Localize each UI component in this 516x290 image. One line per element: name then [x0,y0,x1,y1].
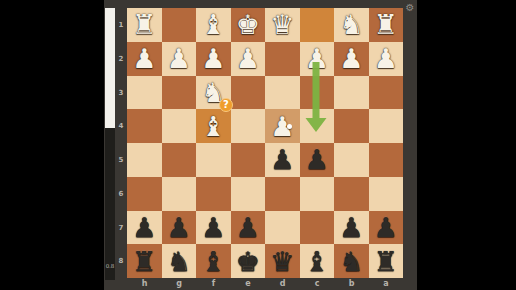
square-g8[interactable]: ♞ [162,244,197,278]
white-bishop[interactable]: ♝ [201,110,225,143]
white-knight[interactable]: ♞ [339,8,363,41]
black-pawn[interactable]: ♟ [305,143,329,176]
black-rook[interactable]: ♜ [374,245,398,278]
square-a6[interactable] [369,177,404,211]
chess-board[interactable]: ♜♝♚♛♞♜♟♟♟♟♟♟♟♞♝♟♟♟♟♟♟♟♟♟♜♞♝♚♛♝♞♜ [127,8,403,278]
square-a4[interactable] [369,109,404,143]
square-b2[interactable]: ♟ [334,42,369,76]
square-d2[interactable] [265,42,300,76]
square-g2[interactable]: ♟ [162,42,197,76]
white-pawn[interactable]: ♟ [305,42,329,75]
black-pawn[interactable]: ♟ [132,211,156,244]
rank-label-8: 8 [115,257,127,265]
square-d8[interactable]: ♛ [265,244,300,278]
square-d5[interactable]: ♟ [265,143,300,177]
square-g5[interactable] [162,143,197,177]
black-bishop[interactable]: ♝ [305,245,329,278]
square-c4[interactable] [300,109,335,143]
square-e7[interactable]: ♟ [231,211,266,245]
rank-label-2: 2 [115,55,127,63]
black-knight[interactable]: ♞ [167,245,191,278]
black-pawn[interactable]: ♟ [374,211,398,244]
white-rook[interactable]: ♜ [374,8,398,41]
evaluation-bar-white-portion [105,8,115,128]
square-a8[interactable]: ♜ [369,244,404,278]
white-pawn[interactable]: ♟ [236,42,260,75]
white-king[interactable]: ♚ [236,8,260,41]
rank-label-5: 5 [115,156,127,164]
square-f3[interactable]: ♞ [196,76,231,110]
square-d3[interactable] [265,76,300,110]
file-label-c: c [300,279,335,288]
file-label-g: g [162,279,197,288]
square-e4[interactable] [231,109,266,143]
square-a1[interactable]: ♜ [369,8,404,42]
square-a2[interactable]: ♟ [369,42,404,76]
square-c6[interactable] [300,177,335,211]
file-label-e: e [231,279,266,288]
square-c2[interactable]: ♟ [300,42,335,76]
square-h4[interactable] [127,109,162,143]
square-b7[interactable]: ♟ [334,211,369,245]
square-h8[interactable]: ♜ [127,244,162,278]
square-d4[interactable]: ♟ [265,109,300,143]
square-c3[interactable] [300,76,335,110]
black-pawn[interactable]: ♟ [167,211,191,244]
square-d7[interactable] [265,211,300,245]
square-a3[interactable] [369,76,404,110]
white-pawn[interactable]: ♟ [339,42,363,75]
square-h7[interactable]: ♟ [127,211,162,245]
square-c8[interactable]: ♝ [300,244,335,278]
file-label-b: b [334,279,369,288]
square-b5[interactable] [334,143,369,177]
square-g3[interactable] [162,76,197,110]
black-bishop[interactable]: ♝ [201,245,225,278]
square-d1[interactable]: ♛ [265,8,300,42]
white-bishop[interactable]: ♝ [201,8,225,41]
square-e8[interactable]: ♚ [231,244,266,278]
black-knight[interactable]: ♞ [339,245,363,278]
square-f2[interactable]: ♟ [196,42,231,76]
file-label-d: d [265,279,300,288]
white-knight[interactable]: ♞ [201,76,225,109]
white-pawn[interactable]: ♟ [167,42,191,75]
white-pawn[interactable]: ♟ [270,110,294,143]
black-queen[interactable]: ♛ [270,245,294,278]
square-e5[interactable] [231,143,266,177]
square-g1[interactable] [162,8,197,42]
square-g7[interactable]: ♟ [162,211,197,245]
square-c5[interactable]: ♟ [300,143,335,177]
square-c1[interactable] [300,8,335,42]
square-f8[interactable]: ♝ [196,244,231,278]
white-pawn[interactable]: ♟ [374,42,398,75]
black-pawn[interactable]: ♟ [339,211,363,244]
square-f4[interactable]: ♝ [196,109,231,143]
white-queen[interactable]: ♛ [270,8,294,41]
square-e2[interactable]: ♟ [231,42,266,76]
square-h2[interactable]: ♟ [127,42,162,76]
gear-icon[interactable]: ⚙ [403,1,417,15]
file-label-f: f [196,279,231,288]
black-pawn[interactable]: ♟ [201,211,225,244]
square-f5[interactable] [196,143,231,177]
square-a5[interactable] [369,143,404,177]
square-b6[interactable] [334,177,369,211]
rank-label-6: 6 [115,190,127,198]
rank-label-7: 7 [115,224,127,232]
square-h6[interactable] [127,177,162,211]
white-pawn[interactable]: ♟ [201,42,225,75]
square-f1[interactable]: ♝ [196,8,231,42]
square-h5[interactable] [127,143,162,177]
rank-label-3: 3 [115,89,127,97]
square-e3[interactable] [231,76,266,110]
square-e1[interactable]: ♚ [231,8,266,42]
white-pawn[interactable]: ♟ [132,42,156,75]
square-a7[interactable]: ♟ [369,211,404,245]
square-g6[interactable] [162,177,197,211]
black-king[interactable]: ♚ [236,245,260,278]
square-h1[interactable]: ♜ [127,8,162,42]
black-rook[interactable]: ♜ [132,245,156,278]
square-b4[interactable] [334,109,369,143]
square-c7[interactable] [300,211,335,245]
evaluation-bar [105,8,115,280]
video-frame: 0.8 ⚙ 12345678 ♜♝♚♛♞♜♟♟♟♟♟♟♟♞♝♟♟♟♟♟♟♟♟♟♜… [0,0,516,290]
white-rook[interactable]: ♜ [132,8,156,41]
black-pawn[interactable]: ♟ [236,211,260,244]
square-b8[interactable]: ♞ [334,244,369,278]
square-b1[interactable]: ♞ [334,8,369,42]
square-b3[interactable] [334,76,369,110]
square-f7[interactable]: ♟ [196,211,231,245]
square-g4[interactable] [162,109,197,143]
rank-label-1: 1 [115,21,127,29]
square-e6[interactable] [231,177,266,211]
rank-label-4: 4 [115,122,127,130]
square-d6[interactable] [265,177,300,211]
square-f6[interactable] [196,177,231,211]
file-label-a: a [369,279,404,288]
file-label-h: h [127,279,162,288]
square-h3[interactable] [127,76,162,110]
black-pawn[interactable]: ♟ [270,143,294,176]
